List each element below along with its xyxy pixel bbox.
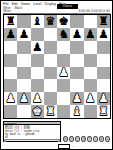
black-piece-p[interactable]: ♟ bbox=[98, 28, 108, 41]
nav-button-2[interactable]: > bbox=[75, 136, 80, 142]
square-d4[interactable] bbox=[44, 67, 57, 80]
white-piece-p[interactable]: ♟ bbox=[5, 92, 15, 105]
square-c3[interactable] bbox=[31, 79, 44, 92]
black-piece-q[interactable]: ♛ bbox=[45, 15, 55, 28]
scroll-left-button[interactable] bbox=[4, 140, 6, 142]
nav-button-7[interactable]: = bbox=[105, 136, 110, 142]
square-b4[interactable] bbox=[17, 67, 30, 80]
square-d8[interactable]: ♛ bbox=[44, 15, 57, 28]
black-piece-n[interactable]: ♞ bbox=[58, 28, 68, 41]
square-g1[interactable] bbox=[84, 105, 97, 118]
square-c1[interactable]: ♚ bbox=[31, 105, 44, 118]
square-e4[interactable]: ♟ bbox=[57, 67, 70, 80]
square-f2[interactable]: ♟ bbox=[70, 92, 83, 105]
black-piece-r[interactable]: ♜ bbox=[98, 15, 108, 28]
square-h2[interactable]: ♟ bbox=[97, 92, 110, 105]
black-piece-b[interactable]: ♝ bbox=[32, 15, 42, 28]
square-a4[interactable] bbox=[4, 67, 17, 80]
square-h8[interactable]: ♜ bbox=[97, 15, 110, 28]
square-a2[interactable]: ♟ bbox=[4, 92, 17, 105]
menu-item-4[interactable]: Display bbox=[45, 2, 56, 6]
square-g3[interactable] bbox=[84, 79, 97, 92]
info-label-1: Black bbox=[15, 6, 22, 10]
square-g7[interactable]: ♟ bbox=[84, 28, 97, 41]
square-f8[interactable] bbox=[70, 15, 83, 28]
nav-button-3[interactable]: >| bbox=[81, 136, 86, 142]
square-d7[interactable] bbox=[44, 28, 57, 41]
square-b7[interactable]: ♟ bbox=[17, 28, 30, 41]
square-f4[interactable] bbox=[70, 67, 83, 80]
black-piece-p[interactable]: ♟ bbox=[72, 28, 82, 41]
nav-button-0[interactable]: |< bbox=[63, 136, 68, 142]
nav-button-bar: |<<>>|?io= bbox=[63, 136, 110, 142]
square-c8[interactable]: ♝ bbox=[31, 15, 44, 28]
square-b3[interactable] bbox=[17, 79, 30, 92]
nav-button-4[interactable]: ? bbox=[87, 136, 92, 142]
black-piece-p[interactable]: ♟ bbox=[5, 28, 15, 41]
white-piece-p[interactable]: ♟ bbox=[19, 92, 29, 105]
square-b8[interactable] bbox=[17, 15, 30, 28]
nav-button-1[interactable]: < bbox=[69, 136, 74, 142]
white-piece-r[interactable]: ♜ bbox=[45, 105, 55, 118]
chess-app-window: FileEditGameLevelDisplayHelp WhiteBlack … bbox=[0, 0, 113, 150]
black-piece-k[interactable]: ♚ bbox=[58, 15, 68, 28]
square-h7[interactable]: ♟ bbox=[97, 28, 110, 41]
square-a5[interactable] bbox=[4, 54, 17, 67]
white-piece-p[interactable]: ♟ bbox=[32, 92, 42, 105]
white-piece-b[interactable]: ♝ bbox=[72, 105, 82, 118]
square-e8[interactable]: ♚ bbox=[57, 15, 70, 28]
black-piece-r[interactable]: ♜ bbox=[5, 15, 15, 28]
black-piece-p[interactable]: ♟ bbox=[85, 28, 95, 41]
square-g5[interactable] bbox=[84, 54, 97, 67]
white-piece-p[interactable]: ♟ bbox=[98, 92, 108, 105]
title-badge: Chess bbox=[57, 4, 78, 9]
square-d1[interactable]: ♜ bbox=[44, 105, 57, 118]
black-piece-p[interactable]: ♟ bbox=[32, 41, 42, 54]
square-c6[interactable]: ♟ bbox=[31, 41, 44, 54]
black-piece-p[interactable]: ♟ bbox=[19, 28, 29, 41]
menu-item-3[interactable]: Level bbox=[33, 2, 41, 6]
square-b6[interactable] bbox=[17, 41, 30, 54]
chess-board[interactable]: ♜♝♛♚♜♟♟♞♟♟♟♟♟♟♟♟♟♟♟♚♜♝♜ bbox=[3, 14, 111, 119]
square-g8[interactable] bbox=[84, 15, 97, 28]
square-c7[interactable] bbox=[31, 28, 44, 41]
square-h5[interactable] bbox=[97, 54, 110, 67]
square-f5[interactable] bbox=[70, 54, 83, 67]
white-piece-k[interactable]: ♚ bbox=[32, 105, 42, 118]
move-box-tag: .. bbox=[72, 145, 74, 148]
message-console-window: Messages White (1) : e2e4Black (1) : d7d… bbox=[3, 121, 61, 142]
square-h1[interactable]: ♜ bbox=[97, 105, 110, 118]
square-d3[interactable] bbox=[44, 79, 57, 92]
square-f1[interactable]: ♝ bbox=[70, 105, 83, 118]
square-e2[interactable] bbox=[57, 92, 70, 105]
square-f3[interactable] bbox=[70, 79, 83, 92]
square-g6[interactable] bbox=[84, 41, 97, 54]
square-b2[interactable]: ♟ bbox=[17, 92, 30, 105]
white-piece-p[interactable]: ♟ bbox=[72, 92, 82, 105]
square-f6[interactable] bbox=[70, 41, 83, 54]
nav-button-5[interactable]: i bbox=[93, 136, 98, 142]
move-input-box[interactable] bbox=[58, 144, 70, 149]
square-a8[interactable]: ♜ bbox=[4, 15, 17, 28]
clock-display: 0:00:00 0:00:00 0:00 bbox=[78, 10, 110, 13]
white-piece-p[interactable]: ♟ bbox=[58, 67, 68, 80]
square-a7[interactable]: ♟ bbox=[4, 28, 17, 41]
square-e3[interactable] bbox=[57, 79, 70, 92]
square-e7[interactable]: ♞ bbox=[57, 28, 70, 41]
square-a1[interactable] bbox=[4, 105, 17, 118]
square-b5[interactable] bbox=[17, 54, 30, 67]
square-h3[interactable] bbox=[97, 79, 110, 92]
square-e5[interactable] bbox=[57, 54, 70, 67]
square-f7[interactable]: ♟ bbox=[70, 28, 83, 41]
square-h4[interactable] bbox=[97, 67, 110, 80]
square-c5[interactable] bbox=[31, 54, 44, 67]
nav-button-6[interactable]: o bbox=[99, 136, 104, 142]
square-h6[interactable] bbox=[97, 41, 110, 54]
square-b1[interactable] bbox=[17, 105, 30, 118]
square-a6[interactable] bbox=[4, 41, 17, 54]
square-g4[interactable] bbox=[84, 67, 97, 80]
square-a3[interactable] bbox=[4, 79, 17, 92]
square-c4[interactable] bbox=[31, 67, 44, 80]
menu-item-2[interactable]: Game bbox=[21, 2, 31, 6]
white-piece-r[interactable]: ♜ bbox=[98, 105, 108, 118]
square-e1[interactable] bbox=[57, 105, 70, 118]
square-d2[interactable] bbox=[44, 92, 57, 105]
square-d6[interactable] bbox=[44, 41, 57, 54]
square-d5[interactable] bbox=[44, 54, 57, 67]
white-piece-p[interactable]: ♟ bbox=[85, 92, 95, 105]
square-e6[interactable] bbox=[57, 41, 70, 54]
square-g2[interactable]: ♟ bbox=[84, 92, 97, 105]
console-scrollbar[interactable] bbox=[4, 139, 60, 141]
scroll-right-button[interactable] bbox=[58, 140, 60, 142]
square-c2[interactable]: ♟ bbox=[31, 92, 44, 105]
status-left-text: White: bbox=[3, 10, 12, 13]
